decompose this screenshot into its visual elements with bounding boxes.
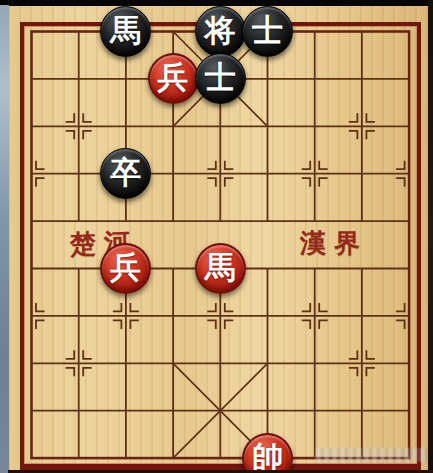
black-horse-piece[interactable]: 馬 xyxy=(100,6,151,57)
red-soldier-piece[interactable]: 兵 xyxy=(148,53,199,104)
watermark xyxy=(316,448,428,462)
red-soldier-piece[interactable]: 兵 xyxy=(100,243,151,294)
top-letterbox-strip xyxy=(0,0,433,6)
piece-character: 兵 xyxy=(158,62,189,93)
xiangqi-app-screen: 楚河 漢界 馬将士兵士卒兵馬帥 xyxy=(0,0,433,473)
piece-character: 士 xyxy=(205,62,236,93)
piece-character: 将 xyxy=(205,15,236,46)
piece-character: 卒 xyxy=(110,157,141,188)
piece-character: 帥 xyxy=(252,442,283,473)
piece-character: 兵 xyxy=(110,252,141,283)
black-advisor-piece[interactable]: 士 xyxy=(242,6,293,57)
pieces-layer: 馬将士兵士卒兵馬帥 xyxy=(8,8,433,473)
right-edge-strip xyxy=(428,0,433,473)
red-general-piece[interactable]: 帥 xyxy=(242,433,293,473)
piece-character: 士 xyxy=(252,15,283,46)
black-general-piece[interactable]: 将 xyxy=(195,6,246,57)
piece-character: 馬 xyxy=(205,252,236,283)
black-soldier-piece[interactable]: 卒 xyxy=(100,148,151,199)
red-horse-piece[interactable]: 馬 xyxy=(195,243,246,294)
left-edge-strip xyxy=(0,5,9,473)
piece-character: 馬 xyxy=(110,15,141,46)
black-advisor-piece[interactable]: 士 xyxy=(195,53,246,104)
